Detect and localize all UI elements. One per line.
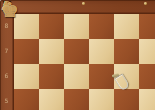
- brass-screw-icon: [6, 6, 9, 9]
- brass-screw-icon: [82, 2, 85, 5]
- square-b7: [39, 39, 64, 64]
- square-f7: [139, 39, 155, 64]
- square-d7: [89, 39, 114, 64]
- clasp-loop: [114, 73, 130, 91]
- square-d8: [89, 14, 114, 39]
- square-a7: [14, 39, 39, 64]
- chess-board: [14, 14, 155, 110]
- rank-label-6: 6: [5, 73, 9, 79]
- chess-set-photo: abcdefgh87654321 ♜♝♚♞♞♟♟♟♝♞♟♟♟♟♚: [0, 0, 155, 110]
- square-a8: [14, 14, 39, 39]
- square-f6: [139, 64, 155, 89]
- square-b6: [39, 64, 64, 89]
- rank-label-8: 8: [5, 23, 9, 29]
- square-e8: [114, 14, 139, 39]
- brass-screw-icon: [144, 2, 147, 5]
- metal-clasp-icon: [108, 73, 132, 95]
- square-c6: [64, 64, 89, 89]
- rank-label-7: 7: [5, 48, 9, 54]
- square-b8: [39, 14, 64, 39]
- square-a5: [14, 89, 39, 110]
- square-a6: [14, 64, 39, 89]
- square-f5: [139, 89, 155, 110]
- square-f8: [139, 14, 155, 39]
- rank-label-5: 5: [5, 98, 9, 104]
- square-c8: [64, 14, 89, 39]
- square-b5: [39, 89, 64, 110]
- square-e7: [114, 39, 139, 64]
- square-c7: [64, 39, 89, 64]
- square-c5: [64, 89, 89, 110]
